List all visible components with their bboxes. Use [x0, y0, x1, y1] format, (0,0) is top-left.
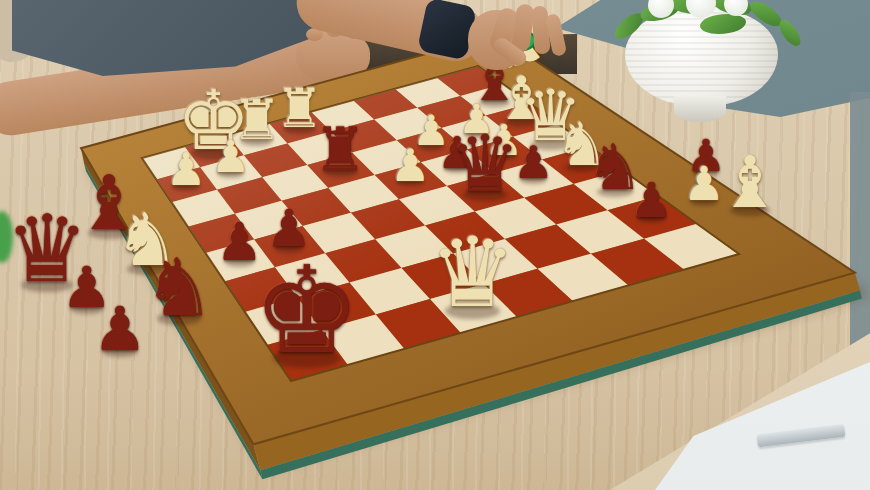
photo-chess-scene: ♚♜♜♟♟♟♟♝♛♟♟♞♛♝♜♟♛♟♟♟♞♟♚♝♞♞♛♟♟♟♟♝ ♟: [0, 0, 870, 490]
chess-board: [0, 0, 870, 490]
